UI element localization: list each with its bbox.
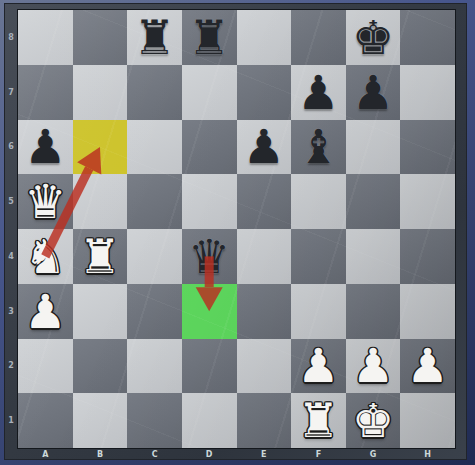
square-c7[interactable] (127, 65, 182, 120)
square-b3[interactable] (73, 284, 128, 339)
square-d2[interactable] (182, 339, 237, 394)
rank-label-2: 2 (4, 339, 18, 394)
square-h6[interactable] (400, 120, 455, 175)
square-a8[interactable] (18, 10, 73, 65)
white-pawn-f2[interactable]: ♟ (297, 342, 339, 389)
square-h1[interactable] (400, 393, 455, 448)
rank-label-3: 3 (4, 284, 18, 339)
square-d5[interactable] (182, 174, 237, 229)
rank-label-1: 1 (4, 393, 18, 448)
square-h4[interactable] (400, 229, 455, 284)
square-g6[interactable] (346, 120, 401, 175)
square-h8[interactable] (400, 10, 455, 65)
square-f4[interactable] (291, 229, 346, 284)
square-d6[interactable] (182, 120, 237, 175)
square-g3[interactable] (346, 284, 401, 339)
black-rook-c8[interactable]: ♜ (133, 14, 175, 61)
black-rook-d8[interactable]: ♜ (188, 14, 230, 61)
square-e3[interactable] (237, 284, 292, 339)
black-queen-d4[interactable]: ♛ (188, 233, 230, 280)
rank-label-4: 4 (4, 229, 18, 284)
square-c8[interactable]: ♜ (127, 10, 182, 65)
square-d7[interactable] (182, 65, 237, 120)
square-h2[interactable]: ♟ (400, 339, 455, 394)
file-label-b: B (73, 448, 128, 460)
square-c1[interactable] (127, 393, 182, 448)
white-king-g1[interactable]: ♚ (352, 397, 394, 444)
file-labels: ABCDEFGH (18, 448, 455, 460)
square-b1[interactable] (73, 393, 128, 448)
rank-label-5: 5 (4, 174, 18, 229)
file-label-g: G (346, 448, 401, 460)
square-a6[interactable]: ♟ (18, 120, 73, 175)
square-f8[interactable] (291, 10, 346, 65)
square-f3[interactable] (291, 284, 346, 339)
square-h5[interactable] (400, 174, 455, 229)
square-e7[interactable] (237, 65, 292, 120)
white-rook-f1[interactable]: ♜ (297, 397, 339, 444)
file-label-h: H (400, 448, 455, 460)
rank-label-7: 7 (4, 65, 18, 120)
square-c4[interactable] (127, 229, 182, 284)
rank-labels: 87654321 (4, 10, 18, 448)
white-knight-a4[interactable]: ♞ (24, 233, 66, 280)
square-c3[interactable] (127, 284, 182, 339)
square-a7[interactable] (18, 65, 73, 120)
white-pawn-a3[interactable]: ♟ (24, 288, 66, 335)
file-label-d: D (182, 448, 237, 460)
square-g4[interactable] (346, 229, 401, 284)
square-a5[interactable]: ♛ (18, 174, 73, 229)
file-label-e: E (237, 448, 292, 460)
square-f6[interactable]: ♝ (291, 120, 346, 175)
black-king-g8[interactable]: ♚ (352, 14, 394, 61)
square-b6[interactable] (73, 120, 128, 175)
rank-label-8: 8 (4, 10, 18, 65)
file-label-f: F (291, 448, 346, 460)
square-f2[interactable]: ♟ (291, 339, 346, 394)
rank-label-6: 6 (4, 120, 18, 175)
square-e2[interactable] (237, 339, 292, 394)
chess-app-window: 87654321 ♜♜♚♟♟♟♟♝♛♞♜♛♟♟♟♟♜♚ ABCDEFGH (0, 0, 475, 465)
square-c6[interactable] (127, 120, 182, 175)
square-b7[interactable] (73, 65, 128, 120)
square-f7[interactable]: ♟ (291, 65, 346, 120)
square-g7[interactable]: ♟ (346, 65, 401, 120)
square-b5[interactable] (73, 174, 128, 229)
square-b8[interactable] (73, 10, 128, 65)
square-g8[interactable]: ♚ (346, 10, 401, 65)
square-g1[interactable]: ♚ (346, 393, 401, 448)
black-pawn-e6[interactable]: ♟ (243, 123, 285, 170)
square-b4[interactable]: ♜ (73, 229, 128, 284)
square-d8[interactable]: ♜ (182, 10, 237, 65)
square-e6[interactable]: ♟ (237, 120, 292, 175)
square-e5[interactable] (237, 174, 292, 229)
square-g5[interactable] (346, 174, 401, 229)
black-pawn-g7[interactable]: ♟ (352, 69, 394, 116)
black-pawn-a6[interactable]: ♟ (24, 123, 66, 170)
square-f5[interactable] (291, 174, 346, 229)
square-d1[interactable] (182, 393, 237, 448)
square-a4[interactable]: ♞ (18, 229, 73, 284)
square-e4[interactable] (237, 229, 292, 284)
white-queen-a5[interactable]: ♛ (24, 178, 66, 225)
square-c5[interactable] (127, 174, 182, 229)
square-g2[interactable]: ♟ (346, 339, 401, 394)
file-label-a: A (18, 448, 73, 460)
square-h7[interactable] (400, 65, 455, 120)
white-pawn-h2[interactable]: ♟ (407, 342, 449, 389)
square-b2[interactable] (73, 339, 128, 394)
black-bishop-f6[interactable]: ♝ (297, 123, 339, 170)
square-e1[interactable] (237, 393, 292, 448)
white-rook-b4[interactable]: ♜ (79, 233, 121, 280)
square-d4[interactable]: ♛ (182, 229, 237, 284)
square-f1[interactable]: ♜ (291, 393, 346, 448)
square-a1[interactable] (18, 393, 73, 448)
chess-board: ♜♜♚♟♟♟♟♝♛♞♜♛♟♟♟♟♜♚ (18, 10, 455, 448)
square-a2[interactable] (18, 339, 73, 394)
square-h3[interactable] (400, 284, 455, 339)
square-c2[interactable] (127, 339, 182, 394)
file-label-c: C (127, 448, 182, 460)
square-a3[interactable]: ♟ (18, 284, 73, 339)
square-e8[interactable] (237, 10, 292, 65)
square-d3[interactable] (182, 284, 237, 339)
black-pawn-f7[interactable]: ♟ (297, 69, 339, 116)
white-pawn-g2[interactable]: ♟ (352, 342, 394, 389)
